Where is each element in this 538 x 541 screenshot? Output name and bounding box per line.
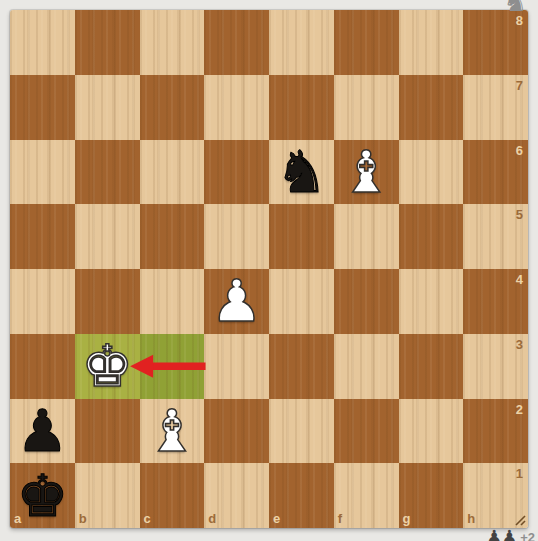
square-h7[interactable] bbox=[463, 75, 528, 140]
square-h6[interactable] bbox=[463, 140, 528, 205]
square-a3[interactable] bbox=[10, 334, 75, 399]
square-f2[interactable] bbox=[334, 399, 399, 464]
square-b7[interactable] bbox=[75, 75, 140, 140]
square-g7[interactable] bbox=[399, 75, 464, 140]
square-f5[interactable] bbox=[334, 204, 399, 269]
square-b5[interactable] bbox=[75, 204, 140, 269]
captured-pawn-icon: ♟ bbox=[501, 526, 517, 541]
square-c3[interactable] bbox=[140, 334, 205, 399]
square-g3[interactable] bbox=[399, 334, 464, 399]
chess-board: abcdefgh12345678♞♝♟♚♟♝♚ bbox=[10, 10, 528, 528]
square-c1[interactable] bbox=[140, 463, 205, 528]
square-g5[interactable] bbox=[399, 204, 464, 269]
square-c7[interactable] bbox=[140, 75, 205, 140]
black-king[interactable]: ♚ bbox=[10, 463, 75, 528]
square-d5[interactable] bbox=[204, 204, 269, 269]
captured-knight-icon: ♞ bbox=[503, 0, 527, 15]
captured-pieces-tray: ♟♟ +2 bbox=[486, 528, 535, 541]
square-h4[interactable] bbox=[463, 269, 528, 334]
square-g8[interactable] bbox=[399, 10, 464, 75]
square-b4[interactable] bbox=[75, 269, 140, 334]
square-e1[interactable] bbox=[269, 463, 334, 528]
square-c5[interactable] bbox=[140, 204, 205, 269]
black-pawn[interactable]: ♟ bbox=[10, 399, 75, 464]
square-e7[interactable] bbox=[269, 75, 334, 140]
square-f1[interactable] bbox=[334, 463, 399, 528]
square-g2[interactable] bbox=[399, 399, 464, 464]
square-h8[interactable] bbox=[463, 10, 528, 75]
captured-pawn-icon: ♟ bbox=[486, 526, 502, 541]
square-f4[interactable] bbox=[334, 269, 399, 334]
white-pawn[interactable]: ♟ bbox=[204, 269, 269, 334]
square-d6[interactable] bbox=[204, 140, 269, 205]
square-d8[interactable] bbox=[204, 10, 269, 75]
material-advantage-label: +2 bbox=[520, 530, 535, 541]
square-f3[interactable] bbox=[334, 334, 399, 399]
white-king[interactable]: ♚ bbox=[75, 334, 140, 399]
square-d1[interactable] bbox=[204, 463, 269, 528]
square-h2[interactable] bbox=[463, 399, 528, 464]
square-c4[interactable] bbox=[140, 269, 205, 334]
square-f7[interactable] bbox=[334, 75, 399, 140]
square-h5[interactable] bbox=[463, 204, 528, 269]
square-g1[interactable] bbox=[399, 463, 464, 528]
square-e5[interactable] bbox=[269, 204, 334, 269]
square-g4[interactable] bbox=[399, 269, 464, 334]
square-g6[interactable] bbox=[399, 140, 464, 205]
square-a6[interactable] bbox=[10, 140, 75, 205]
square-b2[interactable] bbox=[75, 399, 140, 464]
square-e4[interactable] bbox=[269, 269, 334, 334]
square-d7[interactable] bbox=[204, 75, 269, 140]
square-a4[interactable] bbox=[10, 269, 75, 334]
square-f8[interactable] bbox=[334, 10, 399, 75]
captured-pawn-icons: ♟♟ bbox=[486, 528, 516, 541]
square-e3[interactable] bbox=[269, 334, 334, 399]
black-knight[interactable]: ♞ bbox=[269, 140, 334, 205]
square-b8[interactable] bbox=[75, 10, 140, 75]
square-e2[interactable] bbox=[269, 399, 334, 464]
square-h3[interactable] bbox=[463, 334, 528, 399]
board-resize-handle[interactable] bbox=[512, 512, 526, 526]
page-background: { "game": "chess", "position": { "fen": … bbox=[0, 0, 538, 541]
square-e8[interactable] bbox=[269, 10, 334, 75]
square-b1[interactable] bbox=[75, 463, 140, 528]
square-a8[interactable] bbox=[10, 10, 75, 75]
square-c6[interactable] bbox=[140, 140, 205, 205]
white-bishop[interactable]: ♝ bbox=[140, 399, 205, 464]
square-a7[interactable] bbox=[10, 75, 75, 140]
square-a5[interactable] bbox=[10, 204, 75, 269]
square-d2[interactable] bbox=[204, 399, 269, 464]
white-bishop[interactable]: ♝ bbox=[334, 140, 399, 205]
square-d3[interactable] bbox=[204, 334, 269, 399]
square-c8[interactable] bbox=[140, 10, 205, 75]
square-b6[interactable] bbox=[75, 140, 140, 205]
